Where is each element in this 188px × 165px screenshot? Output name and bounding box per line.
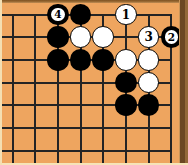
intersection [69,26,92,49]
empty-intersection [137,117,160,140]
empty-intersection [137,3,160,26]
empty-intersection [92,71,115,94]
move-number-label: 3 [144,31,152,43]
empty-intersection [92,117,115,140]
white-stone: 1 [115,4,137,26]
black-stone [47,26,69,48]
move-number-label: 4 [51,8,65,22]
empty-intersection [69,94,92,117]
white-stone [70,26,92,48]
go-board-grid: 4132 [1,3,183,162]
empty-intersection [24,71,47,94]
board-frame-top-edge [0,0,188,3]
board-frame-right-edge [179,0,188,165]
intersection: 4 [47,3,70,26]
empty-intersection [69,139,92,162]
black-stone [47,49,69,71]
intersection [47,26,70,49]
white-stone [138,72,160,94]
empty-intersection [24,94,47,117]
black-stone [115,94,137,116]
move-number-label: 1 [122,9,130,21]
empty-intersection [47,139,70,162]
empty-intersection [115,117,138,140]
empty-intersection [47,117,70,140]
empty-intersection [24,3,47,26]
intersection [69,49,92,72]
empty-intersection [1,94,24,117]
intersection [92,49,115,72]
intersection [137,94,160,117]
empty-intersection [115,26,138,49]
intersection [69,3,92,26]
intersection [47,49,70,72]
empty-intersection [92,3,115,26]
black-stone [115,72,137,94]
white-stone [92,26,114,48]
empty-intersection [115,139,138,162]
empty-intersection [24,49,47,72]
intersection: 1 [115,3,138,26]
empty-intersection [1,3,24,26]
black-stone [92,49,114,71]
empty-intersection [69,71,92,94]
move-number-label: 2 [165,30,179,44]
intersection [115,94,138,117]
empty-intersection [1,49,24,72]
intersection: 3 [137,26,160,49]
board-frame-left-edge [0,0,2,165]
empty-intersection [47,94,70,117]
white-stone [138,49,160,71]
empty-intersection [1,117,24,140]
black-stone: 4 [47,4,69,26]
empty-intersection [137,139,160,162]
empty-intersection [1,26,24,49]
intersection [137,71,160,94]
intersection [92,26,115,49]
white-stone [115,49,137,71]
empty-intersection [47,71,70,94]
empty-intersection [69,117,92,140]
board-frame-bottom-edge [0,163,188,165]
empty-intersection [1,71,24,94]
intersection [115,49,138,72]
empty-intersection [24,139,47,162]
empty-intersection [92,139,115,162]
go-board-diagram: 4132 [0,0,188,165]
black-stone [70,49,92,71]
empty-intersection [24,26,47,49]
black-stone [138,94,160,116]
empty-intersection [1,139,24,162]
intersection [115,71,138,94]
intersection [137,49,160,72]
empty-intersection [92,94,115,117]
empty-intersection [24,117,47,140]
black-stone [70,4,92,26]
white-stone: 3 [138,26,160,48]
